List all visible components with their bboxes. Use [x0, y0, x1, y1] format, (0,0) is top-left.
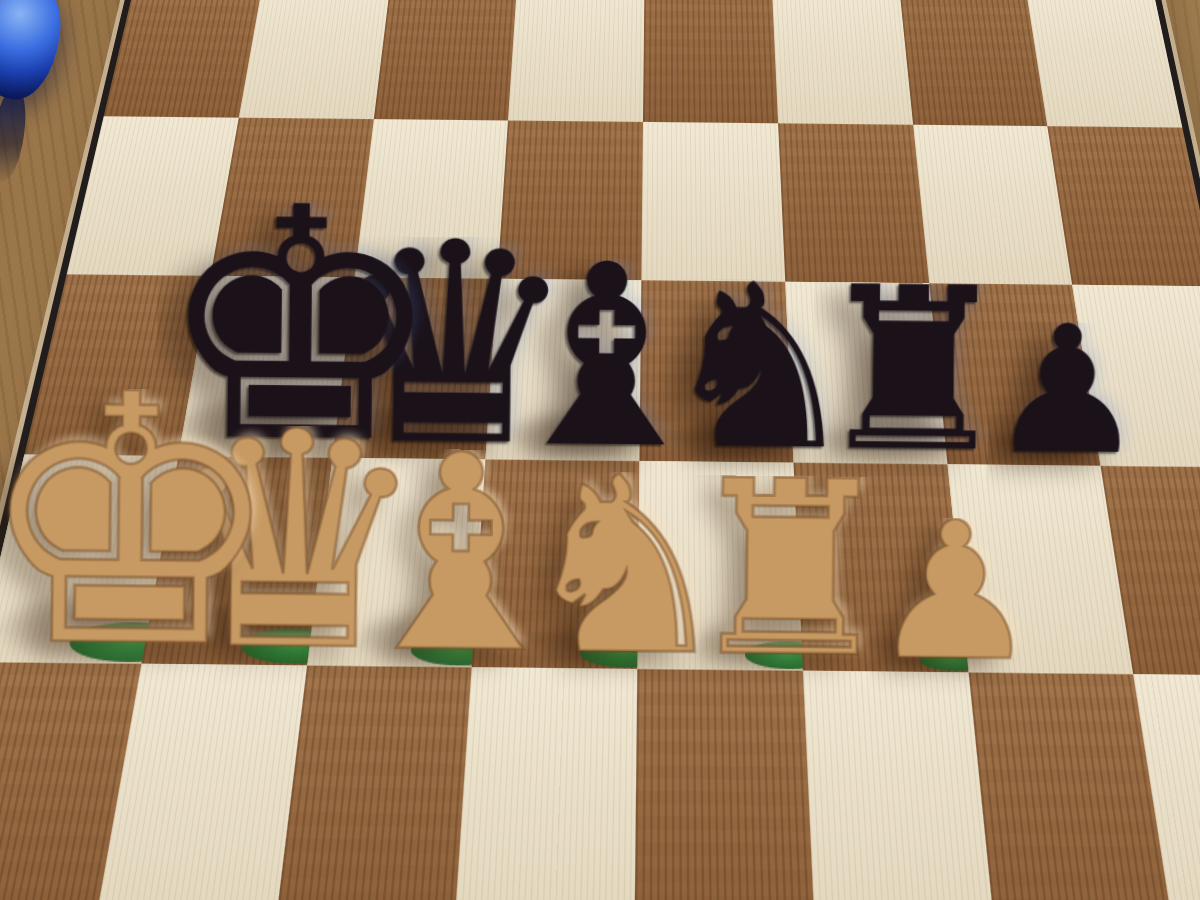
square-r2c1[interactable] [238, 0, 390, 119]
white-king-piece[interactable]: ♚ [0, 387, 286, 659]
square-r6c4[interactable] [635, 668, 814, 900]
square-r2c0[interactable] [104, 0, 264, 118]
square-r2c3[interactable] [508, 0, 644, 122]
square-r2c6[interactable] [899, 0, 1048, 126]
square-r6c2[interactable] [277, 665, 472, 900]
white-rook-piece[interactable]: ♜ [681, 475, 899, 665]
square-r2c4[interactable] [643, 0, 778, 124]
square-r6c1[interactable] [98, 663, 306, 900]
blue-glass-object [0, 0, 71, 107]
square-r2c7[interactable] [1026, 0, 1183, 128]
square-r6c3[interactable] [456, 667, 637, 900]
square-r2c2[interactable] [373, 0, 517, 121]
square-r5c0[interactable]: ♚ [0, 454, 178, 663]
square-r3c7[interactable] [1048, 126, 1200, 286]
chess-board: ♚♛♝♞♜♟♚♛♝♞♜♟ [0, 0, 1200, 900]
square-r6c5[interactable] [803, 670, 993, 900]
square-r2c5[interactable] [772, 0, 913, 125]
photo-scene: ♚♛♝♞♜♟♚♛♝♞♜♟ [0, 0, 1200, 900]
